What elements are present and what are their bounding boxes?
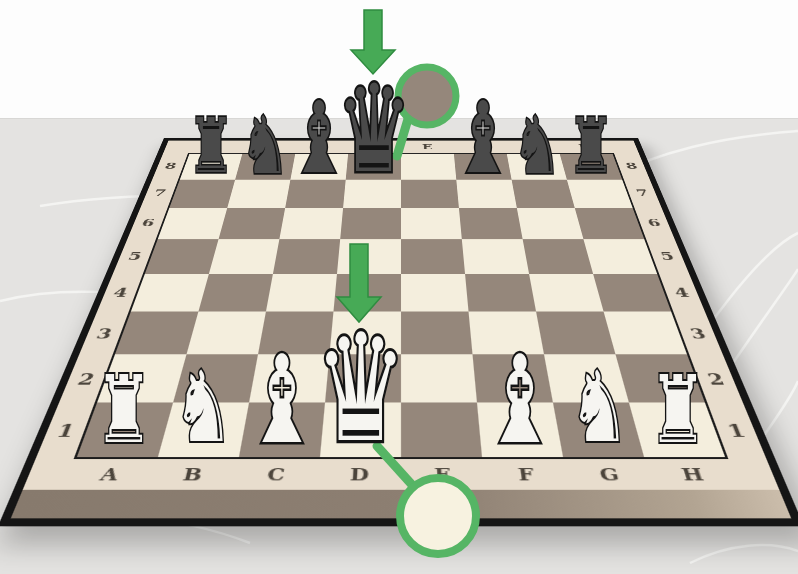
square-e8 [401, 154, 456, 180]
square-c1 [239, 403, 325, 457]
coordinate-label: B [241, 141, 297, 153]
square-c5 [273, 239, 340, 273]
coordinate-label: H [557, 141, 614, 153]
square-a5 [145, 239, 219, 273]
square-g2 [544, 355, 629, 403]
square-h5 [583, 239, 657, 273]
board-grid [74, 153, 729, 459]
square-a7 [169, 180, 235, 208]
square-a8 [180, 154, 242, 180]
square-f1 [477, 403, 563, 457]
square-d5 [337, 239, 401, 273]
square-e6 [401, 208, 462, 239]
file-labels-bottom: ABCDEFGH [62, 459, 740, 490]
square-h2 [616, 355, 705, 403]
square-e7 [401, 180, 459, 208]
square-c2 [249, 355, 329, 403]
square-h4 [593, 274, 671, 312]
coordinate-label: G [505, 141, 561, 153]
coordinate-label: B [147, 459, 237, 490]
coordinate-label: G [565, 459, 655, 490]
square-b8 [235, 154, 295, 180]
coordinate-label: C [232, 459, 320, 490]
square-b2 [173, 355, 258, 403]
coordinate-label: A [188, 141, 245, 153]
square-e5 [401, 239, 465, 273]
square-a6 [158, 208, 227, 239]
square-d8 [346, 154, 401, 180]
square-d1 [320, 403, 401, 457]
square-e4 [401, 274, 469, 312]
coordinate-label: H [647, 459, 740, 490]
square-a3 [115, 312, 198, 355]
coordinate-label: C [295, 141, 349, 153]
coordinate-label: E [401, 459, 486, 490]
coordinate-label: F [483, 459, 571, 490]
square-d4 [333, 274, 401, 312]
coordinate-label: D [348, 141, 401, 153]
square-h1 [629, 403, 725, 457]
square-h6 [575, 208, 644, 239]
square-f6 [459, 208, 523, 239]
file-labels-top: ABCDEFGH [188, 141, 614, 153]
square-b5 [209, 239, 279, 273]
coordinate-label: E [401, 141, 454, 153]
square-e2 [401, 355, 477, 403]
square-g3 [536, 312, 615, 355]
square-b3 [186, 312, 265, 355]
square-b4 [198, 274, 273, 312]
square-f4 [465, 274, 536, 312]
square-b6 [219, 208, 286, 239]
coordinate-label: A [62, 459, 155, 490]
square-d7 [343, 180, 401, 208]
square-d2 [325, 355, 401, 403]
coordinate-label: D [316, 459, 401, 490]
square-g4 [529, 274, 604, 312]
square-b7 [227, 180, 290, 208]
square-d3 [329, 312, 401, 355]
square-b1 [158, 403, 249, 457]
square-g8 [507, 154, 567, 180]
square-h7 [567, 180, 633, 208]
square-g5 [523, 239, 593, 273]
square-f5 [462, 239, 529, 273]
square-f3 [469, 312, 544, 355]
board-side-edge [11, 490, 791, 518]
square-c6 [279, 208, 343, 239]
square-f7 [456, 180, 517, 208]
square-g7 [512, 180, 575, 208]
square-g6 [517, 208, 584, 239]
square-e3 [401, 312, 473, 355]
square-c7 [285, 180, 346, 208]
square-f8 [454, 154, 512, 180]
square-c8 [290, 154, 348, 180]
chess-setup-illustration: ABCDEFGH ABCDEFGH 87654321 87654321 ♜♞♝♛… [0, 0, 798, 574]
square-e1 [401, 403, 482, 457]
square-h3 [604, 312, 687, 355]
square-c3 [258, 312, 333, 355]
square-c4 [266, 274, 337, 312]
coordinate-label: F [453, 141, 507, 153]
background-wall [0, 0, 798, 118]
square-h8 [560, 154, 622, 180]
square-a2 [97, 355, 186, 403]
square-a4 [131, 274, 209, 312]
square-d6 [340, 208, 401, 239]
square-a1 [77, 403, 173, 457]
square-f2 [473, 355, 553, 403]
